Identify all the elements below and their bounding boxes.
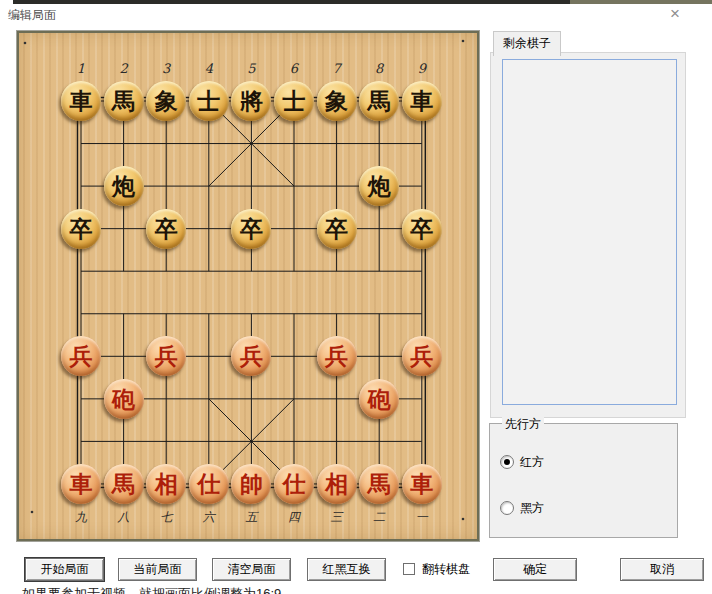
- file-label: 一: [416, 510, 429, 524]
- board-piece-black[interactable]: 卒: [146, 209, 186, 249]
- current-position-button[interactable]: 当前局面: [118, 558, 197, 581]
- board-piece-red[interactable]: 兵: [317, 336, 357, 376]
- clear-position-button[interactable]: 清空局面: [212, 558, 291, 581]
- close-icon[interactable]: ×: [663, 4, 687, 24]
- file-label: 5: [247, 61, 256, 76]
- board-piece-black[interactable]: 象: [317, 81, 357, 121]
- file-label: 九: [75, 510, 88, 524]
- board-piece-black[interactable]: 車: [61, 81, 101, 121]
- radio-red-side[interactable]: 红方: [500, 454, 544, 468]
- board-piece-red[interactable]: 相: [317, 464, 357, 504]
- file-label: 4: [205, 61, 214, 76]
- xiangqi-board[interactable]: 123456789九八七六五四三二一車馬象士將士象馬車炮炮卒卒卒卒卒兵兵兵兵兵砲…: [16, 30, 480, 542]
- board-piece-red[interactable]: 馬: [359, 464, 399, 504]
- board-piece-black[interactable]: 炮: [104, 166, 144, 206]
- file-label: 八: [117, 510, 130, 524]
- board-piece-black[interactable]: 卒: [317, 209, 357, 249]
- first-move-label: 先行方: [502, 416, 544, 433]
- background-window-edge-right: [570, 0, 712, 4]
- board-piece-red[interactable]: 砲: [359, 379, 399, 419]
- board-piece-black[interactable]: 卒: [61, 209, 101, 249]
- board-piece-black[interactable]: 士: [274, 81, 314, 121]
- file-label: 五: [245, 510, 259, 524]
- remaining-pieces-listbox[interactable]: [502, 59, 677, 405]
- board-piece-red[interactable]: 相: [146, 464, 186, 504]
- radio-black-icon[interactable]: [500, 501, 514, 515]
- cancel-button[interactable]: 取消: [620, 558, 704, 581]
- file-label: 1: [77, 61, 85, 76]
- file-label: 8: [375, 61, 385, 76]
- file-label: 3: [162, 61, 172, 76]
- ok-button[interactable]: 确定: [493, 558, 577, 581]
- file-label: 9: [418, 61, 428, 76]
- background-window-text: 如果要参加干视频，就把画面比例调整为16:9: [22, 585, 281, 594]
- board-piece-black[interactable]: 卒: [231, 209, 271, 249]
- edit-position-dialog: 编辑局面 × 123456789九八七六五四三二一車馬象士將士象馬車炮炮卒卒卒卒…: [0, 0, 712, 594]
- file-label: 2: [119, 61, 128, 76]
- first-move-groupbox: 先行方 红方 黑方: [489, 423, 678, 538]
- radio-red-label: 红方: [520, 455, 544, 469]
- board-piece-red[interactable]: 仕: [189, 464, 229, 504]
- board-piece-red[interactable]: 仕: [274, 464, 314, 504]
- board-piece-black[interactable]: 炮: [359, 166, 399, 206]
- file-label: 七: [160, 510, 174, 524]
- board-piece-black[interactable]: 象: [146, 81, 186, 121]
- board-piece-black[interactable]: 士: [189, 81, 229, 121]
- start-position-button[interactable]: 开始局面: [25, 558, 104, 581]
- board-piece-red[interactable]: 車: [61, 464, 101, 504]
- file-label: 六: [202, 510, 217, 524]
- flip-board-label: 翻转棋盘: [422, 561, 470, 578]
- file-label: 7: [332, 61, 342, 76]
- radio-black-side[interactable]: 黑方: [500, 500, 544, 514]
- board-piece-black[interactable]: 馬: [359, 81, 399, 121]
- dialog-title: 编辑局面: [8, 7, 56, 24]
- board-piece-red[interactable]: 兵: [402, 336, 442, 376]
- board-piece-red[interactable]: 砲: [104, 379, 144, 419]
- board-piece-red[interactable]: 車: [402, 464, 442, 504]
- board-piece-red[interactable]: 馬: [104, 464, 144, 504]
- board-piece-black[interactable]: 卒: [402, 209, 442, 249]
- radio-black-label: 黑方: [520, 501, 544, 515]
- board-piece-black[interactable]: 馬: [104, 81, 144, 121]
- flip-board-checkbox[interactable]: [403, 563, 415, 575]
- file-label: 四: [288, 510, 302, 524]
- swap-red-black-button[interactable]: 红黑互换: [307, 558, 386, 581]
- file-label: 6: [290, 61, 300, 76]
- file-label: 三: [331, 510, 345, 524]
- file-label: 二: [373, 510, 386, 524]
- board-piece-black[interactable]: 車: [402, 81, 442, 121]
- tab-remaining-pieces[interactable]: 剩余棋子: [493, 31, 561, 56]
- radio-red-icon[interactable]: [500, 455, 514, 469]
